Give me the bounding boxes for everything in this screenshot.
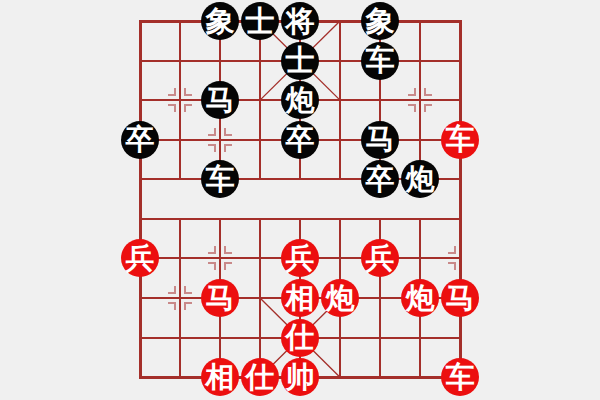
star-point-mark: [208, 246, 216, 254]
piece-red-advisor[interactable]: 仕: [241, 358, 279, 396]
piece-red-elephant[interactable]: 相: [281, 279, 319, 317]
star-point-mark: [168, 104, 176, 112]
star-point-mark: [184, 302, 192, 310]
piece-red-cannon[interactable]: 炮: [321, 279, 359, 317]
piece-red-horse[interactable]: 马: [441, 279, 479, 317]
star-point-mark: [224, 144, 232, 152]
piece-black-elephant[interactable]: 象: [361, 2, 399, 40]
piece-red-advisor[interactable]: 仕: [281, 319, 319, 357]
star-point-mark: [168, 286, 176, 294]
piece-red-soldier[interactable]: 兵: [281, 239, 319, 277]
piece-black-soldier[interactable]: 卒: [121, 121, 159, 159]
star-point-mark: [224, 128, 232, 136]
piece-black-horse[interactable]: 马: [201, 81, 239, 119]
grid-line: [259, 20, 261, 180]
piece-red-elephant[interactable]: 相: [201, 358, 239, 396]
piece-black-elephant[interactable]: 象: [201, 2, 239, 40]
star-point-mark: [408, 88, 416, 96]
piece-red-soldier[interactable]: 兵: [121, 239, 159, 277]
piece-black-advisor[interactable]: 士: [281, 42, 319, 80]
star-point-mark: [424, 104, 432, 112]
piece-red-soldier[interactable]: 兵: [361, 239, 399, 277]
piece-black-soldier[interactable]: 卒: [281, 121, 319, 159]
piece-red-horse[interactable]: 马: [201, 279, 239, 317]
piece-black-chariot[interactable]: 车: [201, 160, 239, 198]
star-point-mark: [168, 88, 176, 96]
star-point-mark: [208, 128, 216, 136]
grid-line: [179, 20, 181, 180]
star-point-mark: [184, 286, 192, 294]
piece-black-cannon[interactable]: 炮: [281, 81, 319, 119]
grid-line: [459, 20, 462, 378]
star-point-mark: [224, 262, 232, 270]
xiangqi-board[interactable]: 象士将象士车马炮卒卒马车车卒炮兵兵兵马相炮炮马仕相仕帅车: [0, 0, 600, 400]
star-point-mark: [168, 302, 176, 310]
piece-red-chariot[interactable]: 车: [441, 358, 479, 396]
star-point-mark: [184, 88, 192, 96]
piece-red-chariot[interactable]: 车: [441, 121, 479, 159]
piece-black-cannon[interactable]: 炮: [401, 160, 439, 198]
piece-red-general[interactable]: 帅: [281, 358, 319, 396]
piece-red-cannon[interactable]: 炮: [401, 279, 439, 317]
grid-line: [419, 20, 421, 180]
star-point-mark: [184, 104, 192, 112]
star-point-mark: [224, 246, 232, 254]
piece-black-advisor[interactable]: 士: [241, 2, 279, 40]
star-point-mark: [208, 144, 216, 152]
grid-line: [139, 20, 142, 378]
piece-black-general[interactable]: 将: [281, 2, 319, 40]
star-point-mark: [208, 262, 216, 270]
star-point-mark: [424, 88, 432, 96]
star-point-mark: [448, 246, 456, 254]
grid-line: [259, 218, 261, 378]
piece-black-soldier[interactable]: 卒: [361, 160, 399, 198]
grid-line: [339, 20, 341, 180]
star-point-mark: [448, 262, 456, 270]
piece-black-chariot[interactable]: 车: [361, 42, 399, 80]
star-point-mark: [408, 104, 416, 112]
grid-line: [179, 218, 181, 378]
board-background: 象士将象士车马炮卒卒马车车卒炮兵兵兵马相炮炮马仕相仕帅车: [0, 0, 600, 400]
piece-black-horse[interactable]: 马: [361, 121, 399, 159]
